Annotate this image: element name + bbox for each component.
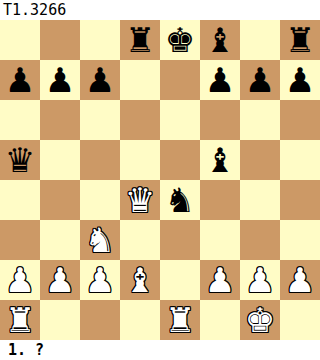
square-e7[interactable] (160, 60, 200, 100)
black-pawn-piece[interactable]: ♟ (85, 60, 115, 100)
square-b7[interactable]: ♟ (40, 60, 80, 100)
square-c2[interactable]: ♟ (80, 260, 120, 300)
square-c4[interactable] (80, 180, 120, 220)
square-a3[interactable] (0, 220, 40, 260)
square-d6[interactable] (120, 100, 160, 140)
black-pawn-piece[interactable]: ♟ (205, 60, 235, 100)
square-c1[interactable] (80, 300, 120, 340)
square-e3[interactable] (160, 220, 200, 260)
black-pawn-piece[interactable]: ♟ (45, 60, 75, 100)
white-rook-piece[interactable]: ♜ (165, 300, 195, 340)
square-e8[interactable]: ♚ (160, 20, 200, 60)
white-pawn-piece[interactable]: ♟ (45, 260, 75, 300)
square-f1[interactable] (200, 300, 240, 340)
black-bishop-piece[interactable]: ♝ (205, 20, 235, 60)
black-pawn-piece[interactable]: ♟ (285, 60, 315, 100)
square-g3[interactable] (240, 220, 280, 260)
square-d7[interactable] (120, 60, 160, 100)
square-h7[interactable]: ♟ (280, 60, 320, 100)
white-pawn-piece[interactable]: ♟ (285, 260, 315, 300)
white-king-piece[interactable]: ♚ (245, 300, 275, 340)
square-g8[interactable] (240, 20, 280, 60)
square-a6[interactable] (0, 100, 40, 140)
black-king-piece[interactable]: ♚ (165, 20, 195, 60)
square-d3[interactable] (120, 220, 160, 260)
square-c8[interactable] (80, 20, 120, 60)
square-c5[interactable] (80, 140, 120, 180)
square-g7[interactable]: ♟ (240, 60, 280, 100)
square-h2[interactable]: ♟ (280, 260, 320, 300)
square-c7[interactable]: ♟ (80, 60, 120, 100)
black-knight-piece[interactable]: ♞ (165, 180, 195, 220)
black-bishop-piece[interactable]: ♝ (205, 140, 235, 180)
white-pawn-piece[interactable]: ♟ (85, 260, 115, 300)
chess-board: ♜♚♝♜♟♟♟♟♟♟♛♝♛♞♞♟♟♟♝♟♟♟♜♜♚ (0, 20, 320, 340)
square-f7[interactable]: ♟ (200, 60, 240, 100)
square-f4[interactable] (200, 180, 240, 220)
square-e5[interactable] (160, 140, 200, 180)
square-f2[interactable]: ♟ (200, 260, 240, 300)
move-prompt: 1. ? (0, 340, 320, 360)
black-rook-piece[interactable]: ♜ (125, 20, 155, 60)
square-h8[interactable]: ♜ (280, 20, 320, 60)
square-f5[interactable]: ♝ (200, 140, 240, 180)
white-queen-piece[interactable]: ♛ (125, 180, 155, 220)
square-a7[interactable]: ♟ (0, 60, 40, 100)
chess-puzzle-app: T1.3266 ♜♚♝♜♟♟♟♟♟♟♛♝♛♞♞♟♟♟♝♟♟♟♜♜♚ 1. ? (0, 0, 320, 360)
square-b4[interactable] (40, 180, 80, 220)
white-pawn-piece[interactable]: ♟ (5, 260, 35, 300)
square-b1[interactable] (40, 300, 80, 340)
square-a2[interactable]: ♟ (0, 260, 40, 300)
square-a1[interactable]: ♜ (0, 300, 40, 340)
square-g5[interactable] (240, 140, 280, 180)
puzzle-title: T1.3266 (0, 0, 320, 20)
square-b3[interactable] (40, 220, 80, 260)
white-pawn-piece[interactable]: ♟ (245, 260, 275, 300)
square-h5[interactable] (280, 140, 320, 180)
white-rook-piece[interactable]: ♜ (5, 300, 35, 340)
square-a5[interactable]: ♛ (0, 140, 40, 180)
square-b5[interactable] (40, 140, 80, 180)
square-h1[interactable] (280, 300, 320, 340)
square-f6[interactable] (200, 100, 240, 140)
square-e6[interactable] (160, 100, 200, 140)
square-h3[interactable] (280, 220, 320, 260)
white-pawn-piece[interactable]: ♟ (205, 260, 235, 300)
black-rook-piece[interactable]: ♜ (285, 20, 315, 60)
square-e2[interactable] (160, 260, 200, 300)
square-b8[interactable] (40, 20, 80, 60)
square-h6[interactable] (280, 100, 320, 140)
square-c6[interactable] (80, 100, 120, 140)
square-c3[interactable]: ♞ (80, 220, 120, 260)
white-bishop-piece[interactable]: ♝ (125, 260, 155, 300)
square-e4[interactable]: ♞ (160, 180, 200, 220)
square-f8[interactable]: ♝ (200, 20, 240, 60)
square-d2[interactable]: ♝ (120, 260, 160, 300)
square-a8[interactable] (0, 20, 40, 60)
black-pawn-piece[interactable]: ♟ (5, 60, 35, 100)
square-a4[interactable] (0, 180, 40, 220)
square-d8[interactable]: ♜ (120, 20, 160, 60)
black-queen-piece[interactable]: ♛ (5, 140, 35, 180)
square-g2[interactable]: ♟ (240, 260, 280, 300)
square-d5[interactable] (120, 140, 160, 180)
square-b6[interactable] (40, 100, 80, 140)
square-b2[interactable]: ♟ (40, 260, 80, 300)
square-d1[interactable] (120, 300, 160, 340)
square-e1[interactable]: ♜ (160, 300, 200, 340)
black-pawn-piece[interactable]: ♟ (245, 60, 275, 100)
square-g4[interactable] (240, 180, 280, 220)
square-g1[interactable]: ♚ (240, 300, 280, 340)
square-h4[interactable] (280, 180, 320, 220)
square-g6[interactable] (240, 100, 280, 140)
square-f3[interactable] (200, 220, 240, 260)
white-knight-piece[interactable]: ♞ (85, 220, 115, 260)
square-d4[interactable]: ♛ (120, 180, 160, 220)
